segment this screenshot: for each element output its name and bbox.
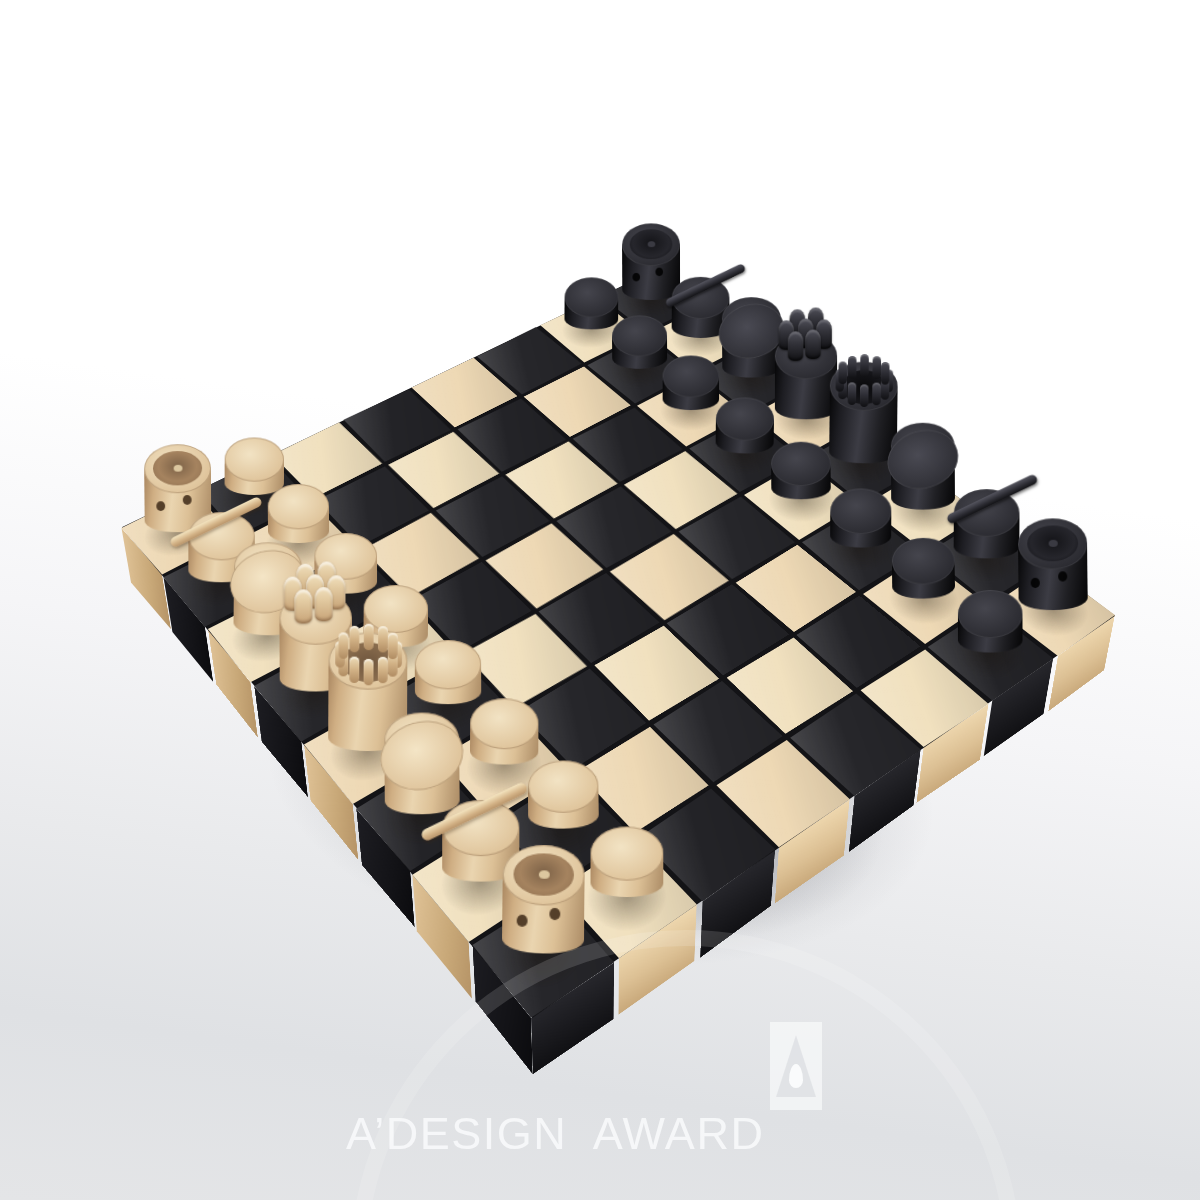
black-pawn-d7[interactable] — [715, 397, 774, 454]
cylinder-top — [590, 826, 663, 880]
rook-center-peg — [647, 241, 655, 247]
king-ring-rod — [348, 656, 358, 682]
king-ring-rod — [348, 625, 358, 651]
rook-side-hole — [548, 907, 559, 919]
king-ring-rod — [362, 658, 372, 684]
rook-center-peg — [538, 870, 549, 879]
black-rook-h8[interactable] — [1017, 517, 1087, 610]
king-ring-rod — [838, 361, 847, 384]
rook-side-hole — [155, 501, 164, 511]
cylinder-top — [224, 437, 284, 481]
white-pawn-f2[interactable] — [469, 698, 538, 765]
watermark-line1: A’DESIGN AWARD — [346, 1112, 750, 1156]
white-rook-h1[interactable] — [501, 844, 584, 954]
cylinder-top — [527, 759, 598, 812]
white-pawn-e2[interactable] — [414, 639, 481, 704]
a-design-award-logo-icon — [770, 1022, 822, 1110]
cylinder-top — [662, 355, 719, 397]
queen-rod — [787, 331, 803, 360]
cylinder-top — [611, 315, 667, 357]
rook-center-peg — [173, 464, 182, 471]
cylinder-top — [267, 483, 329, 529]
white-pawn-h2[interactable] — [590, 826, 663, 897]
cylinder-top — [891, 537, 954, 584]
rook-side-hole — [632, 272, 640, 281]
black-bishop-f8[interactable] — [890, 422, 954, 509]
rook-side-hole — [1057, 571, 1066, 581]
cylinder-top — [564, 277, 618, 317]
rook-center-peg — [1048, 539, 1057, 546]
king-ring-rod — [338, 632, 348, 658]
cube-side-face — [356, 808, 415, 927]
black-pawn-f7[interactable] — [830, 488, 892, 548]
king-ring-rod — [847, 356, 856, 379]
watermark-text: A’DESIGN AWARD & COMPETITION — [346, 1024, 750, 1200]
king-ring-rod — [387, 632, 397, 658]
rook-side-hole — [182, 495, 191, 505]
black-pawn-e7[interactable] — [771, 441, 831, 499]
white-bishop-f1[interactable] — [383, 711, 459, 814]
black-pawn-c7[interactable] — [662, 355, 719, 410]
watermark: A’DESIGN AWARD & COMPETITION — [346, 1024, 846, 1116]
rook-side-hole — [1030, 577, 1039, 587]
queen-rod — [805, 329, 821, 358]
king-ring-rod — [847, 382, 856, 405]
king-ring-rod — [880, 361, 889, 384]
queen-rod — [314, 587, 332, 621]
cylinder-top — [414, 639, 481, 689]
black-pawn-h7[interactable] — [957, 589, 1022, 652]
rook-side-hole — [655, 267, 663, 276]
cylinder-top — [469, 698, 538, 749]
king-ring-rod — [377, 626, 387, 652]
cylinder-top — [957, 589, 1022, 637]
queen-rod — [294, 589, 312, 623]
cylinder-top — [715, 397, 774, 441]
cylinder-top — [830, 488, 892, 534]
square-h7[interactable] — [927, 607, 1053, 700]
cylinder-top — [771, 441, 831, 486]
cube-front-face — [774, 799, 849, 903]
product-photo-stage: A’DESIGN AWARD & COMPETITION — [0, 0, 1200, 1200]
chess-board — [121, 269, 1114, 1017]
black-pawn-a7[interactable] — [564, 277, 618, 329]
king-ring-rod — [871, 356, 880, 379]
black-knight-g8[interactable] — [953, 488, 1019, 558]
rook-side-hole — [516, 914, 527, 926]
cube-front-face — [916, 703, 988, 802]
king-ring-rod — [871, 382, 880, 405]
black-queen-d8[interactable] — [774, 333, 836, 419]
king-ring-rod — [363, 623, 373, 649]
black-king-e8[interactable] — [829, 361, 898, 463]
king-ring-rod — [377, 656, 387, 682]
white-pawn-g2[interactable] — [527, 759, 598, 828]
cube-front-face — [848, 749, 920, 852]
black-bishop-c8[interactable] — [721, 296, 781, 377]
black-pawn-g7[interactable] — [891, 537, 954, 599]
king-ring-rod — [859, 354, 868, 377]
black-pawn-b7[interactable] — [611, 315, 667, 369]
king-ring-rod — [859, 384, 868, 407]
